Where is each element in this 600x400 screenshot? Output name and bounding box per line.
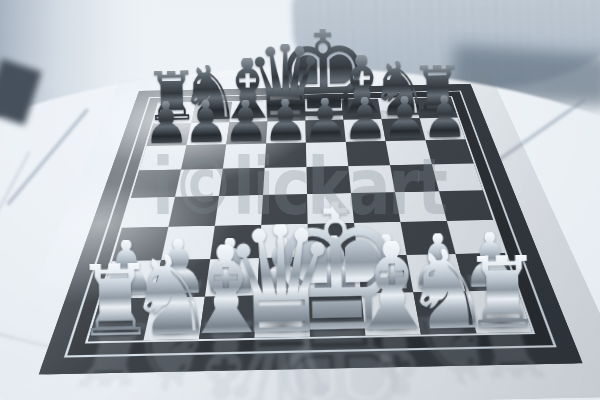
square-h1[interactable]: ♜♜ — [465, 290, 532, 333]
square-b5[interactable] — [175, 169, 223, 197]
white-queen-d1[interactable]: ♛ — [221, 223, 340, 337]
square-a5[interactable] — [131, 170, 181, 198]
white-rook-h1[interactable]: ♜ — [462, 254, 543, 331]
square-h6[interactable] — [425, 139, 473, 164]
square-f1[interactable]: ♝♝ — [361, 292, 421, 335]
board-grid: ♜♜♞♞♝♝♛♛♚♚♝♝♞♞♜♜♟♟♟♟♟♟♟♟♟♟♟♟♟♟♟♟♟♟♟♟♟♟♟♟… — [88, 97, 532, 341]
square-e7[interactable]: ♟♟ — [305, 120, 345, 143]
square-c7[interactable]: ♟♟ — [226, 121, 267, 144]
square-e6[interactable] — [306, 142, 348, 167]
photo-stage: ♜♜♞♞♝♝♛♛♚♚♝♝♞♞♜♜♟♟♟♟♟♟♟♟♟♟♟♟♟♟♟♟♟♟♟♟♟♟♟♟… — [0, 0, 600, 400]
black-pawn-h7[interactable]: ♟ — [421, 95, 468, 139]
square-f7[interactable]: ♟♟ — [344, 119, 386, 142]
square-c5[interactable] — [219, 168, 265, 196]
square-d1[interactable]: ♛♛ — [254, 294, 310, 337]
square-f6[interactable] — [346, 141, 390, 166]
square-b6[interactable] — [181, 144, 226, 169]
white-bishop-f1[interactable]: ♝ — [342, 239, 441, 333]
square-h7[interactable]: ♟♟ — [420, 117, 466, 140]
square-g7[interactable]: ♟♟ — [382, 118, 426, 141]
square-g6[interactable] — [386, 140, 432, 165]
square-h5[interactable] — [432, 164, 483, 192]
square-d7[interactable]: ♟♟ — [266, 121, 306, 144]
